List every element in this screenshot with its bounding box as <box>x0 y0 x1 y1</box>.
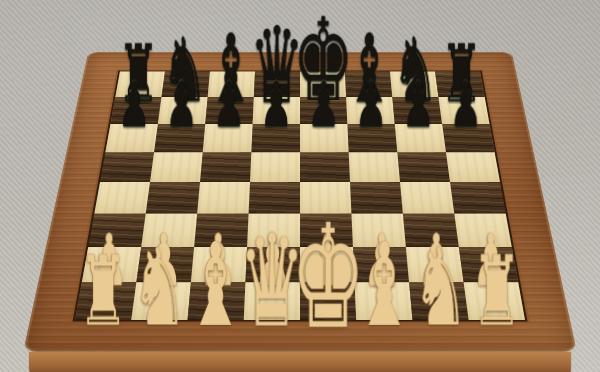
piece-white-rook-a1[interactable]: ♜ <box>78 243 128 340</box>
piece-white-knight-b1[interactable]: ♞ <box>131 234 187 342</box>
square-f7[interactable]: ♟ <box>346 97 395 124</box>
square-e7[interactable]: ♟ <box>300 97 347 124</box>
square-f6[interactable] <box>347 124 397 152</box>
square-h6[interactable] <box>442 124 494 152</box>
square-a4[interactable] <box>94 182 150 214</box>
square-g4[interactable] <box>400 182 454 214</box>
square-d7[interactable]: ♟ <box>253 97 300 124</box>
square-b7[interactable]: ♟ <box>158 97 208 124</box>
piece-white-knight-g1[interactable]: ♞ <box>413 234 469 342</box>
square-g6[interactable] <box>395 124 446 152</box>
chess-board: ♜♞♝♛♚♝♞♜♟♟♟♟♟♟♟♟♟♟♟♟♟♟♟♟♜♞♝♛♚♝♞♜ <box>23 52 577 352</box>
square-b5[interactable] <box>150 152 203 182</box>
square-h1[interactable]: ♜ <box>464 282 525 320</box>
square-h5[interactable] <box>446 152 500 182</box>
square-b4[interactable] <box>146 182 200 214</box>
board-grid: ♜♞♝♛♚♝♞♜♟♟♟♟♟♟♟♟♟♟♟♟♟♟♟♟♜♞♝♛♚♝♞♜ <box>75 72 525 320</box>
square-e6[interactable] <box>300 124 349 152</box>
square-b6[interactable] <box>154 124 205 152</box>
square-b1[interactable]: ♞ <box>131 282 191 320</box>
square-a1[interactable]: ♜ <box>75 282 136 320</box>
square-c1[interactable]: ♝ <box>188 282 246 320</box>
square-h7[interactable]: ♟ <box>438 97 489 124</box>
square-a5[interactable] <box>100 152 154 182</box>
square-f5[interactable] <box>349 152 400 182</box>
square-a6[interactable] <box>105 124 157 152</box>
square-c5[interactable] <box>200 152 251 182</box>
square-g1[interactable]: ♞ <box>409 282 469 320</box>
square-d5[interactable] <box>250 152 300 182</box>
square-h4[interactable] <box>450 182 506 214</box>
square-c7[interactable]: ♟ <box>205 97 254 124</box>
square-g7[interactable]: ♟ <box>392 97 442 124</box>
piece-white-rook-h1[interactable]: ♜ <box>472 243 522 340</box>
square-d6[interactable] <box>251 124 300 152</box>
square-e5[interactable] <box>300 152 350 182</box>
chess-photo-scene: ♜♞♝♛♚♝♞♜♟♟♟♟♟♟♟♟♟♟♟♟♟♟♟♟♜♞♝♛♚♝♞♜ <box>0 0 600 372</box>
board-frame-front-edge <box>29 352 571 372</box>
piece-white-king-e1[interactable]: ♚ <box>291 205 366 349</box>
piece-white-bishop-c1[interactable]: ♝ <box>186 228 246 343</box>
square-g5[interactable] <box>397 152 450 182</box>
square-e1[interactable]: ♚ <box>300 282 356 320</box>
square-c6[interactable] <box>203 124 253 152</box>
square-a7[interactable]: ♟ <box>111 97 162 124</box>
